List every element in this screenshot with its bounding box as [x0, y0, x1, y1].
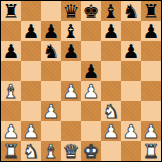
- square-a7[interactable]: [1, 21, 21, 41]
- piece-black-pawn: ♟: [42, 21, 59, 41]
- piece-black-pawn: ♟: [102, 21, 119, 41]
- piece-white-pawn: ♟: [62, 81, 79, 101]
- square-b7[interactable]: ♟: [21, 21, 41, 41]
- square-a6[interactable]: ♟: [1, 41, 21, 61]
- square-g3[interactable]: [121, 101, 141, 121]
- square-a8[interactable]: ♜: [1, 1, 21, 21]
- square-g5[interactable]: [121, 61, 141, 81]
- piece-white-pawn: ♟: [102, 121, 119, 141]
- square-f2[interactable]: ♟: [101, 121, 121, 141]
- square-f5[interactable]: [101, 61, 121, 81]
- square-e5[interactable]: ♟: [81, 61, 101, 81]
- square-b5[interactable]: [21, 61, 41, 81]
- piece-white-rook: ♜: [142, 141, 159, 161]
- square-g2[interactable]: ♟: [121, 121, 141, 141]
- square-h7[interactable]: ♟: [141, 21, 161, 41]
- square-b8[interactable]: [21, 1, 41, 21]
- piece-white-king: ♚: [82, 141, 99, 161]
- square-c3[interactable]: ♟: [41, 101, 61, 121]
- square-c2[interactable]: [41, 121, 61, 141]
- square-d2[interactable]: [61, 121, 81, 141]
- square-b3[interactable]: [21, 101, 41, 121]
- square-f1[interactable]: [101, 141, 121, 161]
- piece-white-queen: ♛: [62, 141, 79, 161]
- piece-white-rook: ♜: [2, 141, 19, 161]
- square-e2[interactable]: [81, 121, 101, 141]
- piece-black-rook: ♜: [2, 1, 19, 21]
- square-f8[interactable]: ♝: [101, 1, 121, 21]
- piece-white-pawn: ♟: [122, 121, 139, 141]
- square-g7[interactable]: [121, 21, 141, 41]
- square-h1[interactable]: ♜: [141, 141, 161, 161]
- square-a1[interactable]: ♜: [1, 141, 21, 161]
- chess-board: ♜♛♚♝♞♜♟♟♝♟♟♟♞♟♟♟♝♟♟♟♞♟♟♟♟♟♜♞♝♛♚♜: [1, 1, 161, 161]
- square-a4[interactable]: ♝: [1, 81, 21, 101]
- piece-white-pawn: ♟: [142, 121, 159, 141]
- square-d7[interactable]: ♝: [61, 21, 81, 41]
- square-h8[interactable]: ♜: [141, 1, 161, 21]
- square-g1[interactable]: [121, 141, 141, 161]
- piece-black-pawn: ♟: [22, 21, 39, 41]
- piece-white-knight: ♞: [22, 141, 39, 161]
- piece-white-pawn: ♟: [82, 81, 99, 101]
- square-d6[interactable]: ♟: [61, 41, 81, 61]
- square-h5[interactable]: [141, 61, 161, 81]
- square-f4[interactable]: [101, 81, 121, 101]
- piece-black-knight: ♞: [122, 1, 139, 21]
- piece-white-pawn: ♟: [22, 121, 39, 141]
- square-e8[interactable]: ♚: [81, 1, 101, 21]
- square-g8[interactable]: ♞: [121, 1, 141, 21]
- piece-white-bishop: ♝: [2, 81, 19, 101]
- square-c1[interactable]: ♝: [41, 141, 61, 161]
- square-a3[interactable]: [1, 101, 21, 121]
- piece-black-pawn: ♟: [82, 61, 99, 81]
- square-e7[interactable]: [81, 21, 101, 41]
- square-b6[interactable]: [21, 41, 41, 61]
- square-c7[interactable]: ♟: [41, 21, 61, 41]
- square-f6[interactable]: [101, 41, 121, 61]
- piece-black-pawn: ♟: [62, 41, 79, 61]
- piece-black-pawn: ♟: [2, 41, 19, 61]
- piece-white-pawn: ♟: [2, 121, 19, 141]
- square-d8[interactable]: ♛: [61, 1, 81, 21]
- piece-white-bishop: ♝: [42, 141, 59, 161]
- chess-board-frame: ♜♛♚♝♞♜♟♟♝♟♟♟♞♟♟♟♝♟♟♟♞♟♟♟♟♟♜♞♝♛♚♜: [0, 0, 162, 162]
- square-e3[interactable]: [81, 101, 101, 121]
- square-h3[interactable]: [141, 101, 161, 121]
- piece-black-pawn: ♟: [122, 41, 139, 61]
- square-e6[interactable]: [81, 41, 101, 61]
- square-a2[interactable]: ♟: [1, 121, 21, 141]
- piece-black-queen: ♛: [62, 1, 79, 21]
- piece-black-knight: ♞: [42, 41, 59, 61]
- square-c6[interactable]: ♞: [41, 41, 61, 61]
- piece-white-pawn: ♟: [42, 101, 59, 121]
- square-g6[interactable]: ♟: [121, 41, 141, 61]
- piece-black-rook: ♜: [142, 1, 159, 21]
- square-d5[interactable]: [61, 61, 81, 81]
- square-f3[interactable]: ♞: [101, 101, 121, 121]
- square-h2[interactable]: ♟: [141, 121, 161, 141]
- piece-black-king: ♚: [82, 1, 99, 21]
- square-c8[interactable]: [41, 1, 61, 21]
- square-b1[interactable]: ♞: [21, 141, 41, 161]
- square-g4[interactable]: [121, 81, 141, 101]
- square-e4[interactable]: ♟: [81, 81, 101, 101]
- square-e1[interactable]: ♚: [81, 141, 101, 161]
- square-b2[interactable]: ♟: [21, 121, 41, 141]
- square-a5[interactable]: [1, 61, 21, 81]
- square-h6[interactable]: [141, 41, 161, 61]
- square-c5[interactable]: [41, 61, 61, 81]
- square-h4[interactable]: [141, 81, 161, 101]
- piece-white-knight: ♞: [102, 101, 119, 121]
- square-d4[interactable]: ♟: [61, 81, 81, 101]
- piece-black-bishop: ♝: [62, 21, 79, 41]
- square-f7[interactable]: ♟: [101, 21, 121, 41]
- piece-black-pawn: ♟: [142, 21, 159, 41]
- piece-black-bishop: ♝: [102, 1, 119, 21]
- square-d3[interactable]: [61, 101, 81, 121]
- square-b4[interactable]: [21, 81, 41, 101]
- square-c4[interactable]: [41, 81, 61, 101]
- square-d1[interactable]: ♛: [61, 141, 81, 161]
